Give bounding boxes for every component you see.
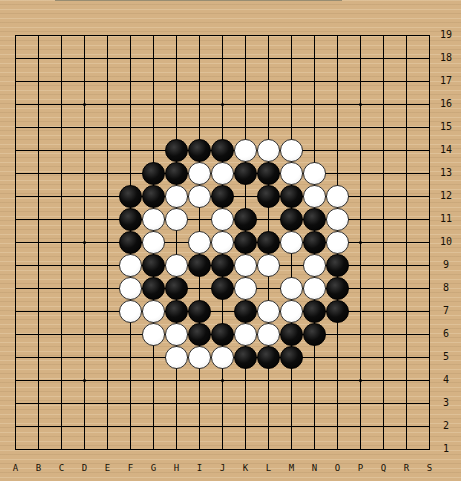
star-point: [359, 103, 362, 106]
row-label: 2: [434, 420, 458, 432]
black-stone[interactable]: [188, 139, 211, 162]
board-grid-line-v: [429, 35, 430, 450]
white-stone[interactable]: [303, 254, 326, 277]
board-grid-line-v: [406, 35, 407, 450]
row-label: 19: [434, 29, 458, 41]
row-label: 14: [434, 144, 458, 156]
go-board[interactable]: ABCDEFGHIJKLMNOPQRS191817161514131211109…: [0, 0, 461, 481]
white-stone[interactable]: [234, 277, 257, 300]
black-stone[interactable]: [234, 231, 257, 254]
row-label: 9: [434, 259, 458, 271]
row-label: 3: [434, 397, 458, 409]
white-stone[interactable]: [188, 185, 211, 208]
row-label: 8: [434, 282, 458, 294]
black-stone[interactable]: [188, 323, 211, 346]
star-point: [221, 379, 224, 382]
white-stone[interactable]: [257, 300, 280, 323]
row-label: 17: [434, 75, 458, 87]
board-grid-line-h: [15, 426, 430, 427]
column-label: S: [423, 462, 437, 474]
black-stone[interactable]: [142, 277, 165, 300]
white-stone[interactable]: [188, 231, 211, 254]
row-label: 6: [434, 328, 458, 340]
column-label: H: [170, 462, 184, 474]
black-stone[interactable]: [211, 139, 234, 162]
star-point: [359, 241, 362, 244]
black-stone[interactable]: [303, 208, 326, 231]
column-label: J: [216, 462, 230, 474]
white-stone[interactable]: [303, 162, 326, 185]
black-stone[interactable]: [165, 277, 188, 300]
black-stone[interactable]: [165, 300, 188, 323]
white-stone[interactable]: [142, 231, 165, 254]
white-stone[interactable]: [326, 208, 349, 231]
black-stone[interactable]: [234, 346, 257, 369]
black-stone[interactable]: [142, 185, 165, 208]
white-stone[interactable]: [303, 277, 326, 300]
black-stone[interactable]: [211, 323, 234, 346]
column-label: A: [9, 462, 23, 474]
black-stone[interactable]: [119, 231, 142, 254]
black-stone[interactable]: [211, 277, 234, 300]
row-label: 1: [434, 443, 458, 455]
go-app-window: ABCDEFGHIJKLMNOPQRS191817161514131211109…: [0, 0, 461, 481]
column-label: P: [354, 462, 368, 474]
column-label: N: [308, 462, 322, 474]
black-stone[interactable]: [119, 185, 142, 208]
row-label: 10: [434, 236, 458, 248]
star-point: [83, 103, 86, 106]
row-label: 13: [434, 167, 458, 179]
star-point: [221, 103, 224, 106]
black-stone[interactable]: [142, 254, 165, 277]
row-label: 15: [434, 121, 458, 133]
column-label: F: [124, 462, 138, 474]
black-stone[interactable]: [303, 300, 326, 323]
row-label: 16: [434, 98, 458, 110]
column-label: L: [262, 462, 276, 474]
black-stone[interactable]: [257, 185, 280, 208]
white-stone[interactable]: [257, 139, 280, 162]
black-stone[interactable]: [280, 208, 303, 231]
column-label: R: [400, 462, 414, 474]
white-stone[interactable]: [257, 323, 280, 346]
white-stone[interactable]: [142, 208, 165, 231]
white-stone[interactable]: [165, 185, 188, 208]
white-stone[interactable]: [142, 323, 165, 346]
white-stone[interactable]: [165, 254, 188, 277]
black-stone[interactable]: [119, 208, 142, 231]
black-stone[interactable]: [211, 254, 234, 277]
column-label: C: [55, 462, 69, 474]
white-stone[interactable]: [326, 185, 349, 208]
column-label: E: [101, 462, 115, 474]
white-stone[interactable]: [280, 139, 303, 162]
white-stone[interactable]: [188, 346, 211, 369]
row-label: 18: [434, 52, 458, 64]
black-stone[interactable]: [280, 346, 303, 369]
white-stone[interactable]: [188, 162, 211, 185]
row-label: 11: [434, 213, 458, 225]
star-point: [83, 241, 86, 244]
white-stone[interactable]: [165, 346, 188, 369]
white-stone[interactable]: [211, 162, 234, 185]
white-stone[interactable]: [234, 323, 257, 346]
white-stone[interactable]: [119, 254, 142, 277]
star-point: [359, 379, 362, 382]
black-stone[interactable]: [165, 139, 188, 162]
black-stone[interactable]: [303, 323, 326, 346]
black-stone[interactable]: [257, 162, 280, 185]
row-label: 12: [434, 190, 458, 202]
black-stone[interactable]: [303, 231, 326, 254]
white-stone[interactable]: [280, 231, 303, 254]
white-stone[interactable]: [165, 208, 188, 231]
black-stone[interactable]: [165, 162, 188, 185]
black-stone[interactable]: [234, 300, 257, 323]
white-stone[interactable]: [119, 300, 142, 323]
column-label: I: [193, 462, 207, 474]
white-stone[interactable]: [234, 139, 257, 162]
column-label: D: [78, 462, 92, 474]
white-stone[interactable]: [326, 231, 349, 254]
black-stone[interactable]: [234, 162, 257, 185]
column-label: G: [147, 462, 161, 474]
black-stone[interactable]: [257, 231, 280, 254]
black-stone[interactable]: [142, 162, 165, 185]
column-label: O: [331, 462, 345, 474]
column-label: Q: [377, 462, 391, 474]
white-stone[interactable]: [257, 254, 280, 277]
white-stone[interactable]: [211, 208, 234, 231]
white-stone[interactable]: [211, 231, 234, 254]
column-label: M: [285, 462, 299, 474]
white-stone[interactable]: [211, 346, 234, 369]
row-label: 5: [434, 351, 458, 363]
row-label: 4: [434, 374, 458, 386]
star-point: [83, 379, 86, 382]
board-grid-line-h: [15, 311, 430, 312]
board-grid-line-h: [15, 403, 430, 404]
white-stone[interactable]: [142, 300, 165, 323]
white-stone[interactable]: [303, 185, 326, 208]
white-stone[interactable]: [280, 300, 303, 323]
white-stone[interactable]: [280, 162, 303, 185]
black-stone[interactable]: [280, 185, 303, 208]
column-label: B: [32, 462, 46, 474]
black-stone[interactable]: [326, 300, 349, 323]
column-label: K: [239, 462, 253, 474]
white-stone[interactable]: [119, 277, 142, 300]
board-grid-line-v: [383, 35, 384, 450]
black-stone[interactable]: [257, 346, 280, 369]
black-stone[interactable]: [188, 300, 211, 323]
black-stone[interactable]: [326, 254, 349, 277]
black-stone[interactable]: [211, 185, 234, 208]
white-stone[interactable]: [234, 254, 257, 277]
row-label: 7: [434, 305, 458, 317]
white-stone[interactable]: [165, 323, 188, 346]
black-stone[interactable]: [234, 208, 257, 231]
black-stone[interactable]: [188, 254, 211, 277]
board-grid-line-h: [15, 449, 430, 450]
black-stone[interactable]: [280, 323, 303, 346]
black-stone[interactable]: [326, 277, 349, 300]
white-stone[interactable]: [280, 277, 303, 300]
